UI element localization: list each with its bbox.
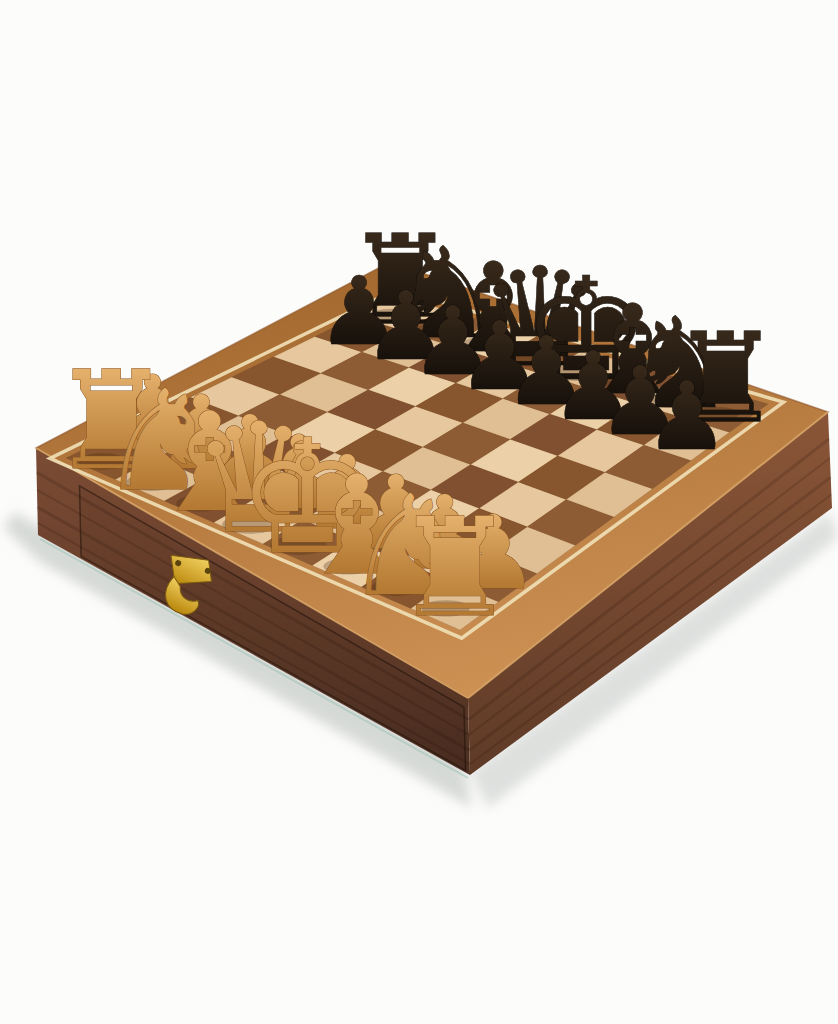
piece-glyph: ♟: [644, 361, 729, 471]
piece-glyph: ♜: [394, 488, 516, 647]
chess-set-scene: ♜♞♟♝♟♛♟♚♟♝♟♞♟♜♟♟♟♟♜♟♞♟♝♟♛♟♚♟♝♟♞♜: [0, 0, 838, 1024]
piece-black-pawn-h7: ♟: [644, 361, 729, 471]
product-photo-stage: ♜♞♟♝♟♛♟♚♟♝♟♞♟♜♟♟♟♟♜♟♞♟♝♟♛♟♚♟♝♟♞♜: [0, 0, 838, 1024]
piece-white-rook-h1: ♜: [394, 488, 516, 647]
